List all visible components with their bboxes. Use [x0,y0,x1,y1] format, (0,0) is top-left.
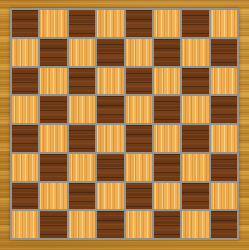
square-e3[interactable] [126,154,152,181]
square-a6[interactable] [12,68,38,95]
square-d5[interactable] [97,96,123,123]
square-b5[interactable] [40,96,66,123]
square-a2[interactable] [12,183,38,210]
square-h4[interactable] [211,125,237,152]
square-a7[interactable] [12,39,38,66]
square-f4[interactable] [154,125,180,152]
square-a3[interactable] [12,154,38,181]
square-f1[interactable] [154,211,180,238]
square-h6[interactable] [211,68,237,95]
square-g1[interactable] [182,211,208,238]
chessboard-screenshot [0,0,249,250]
square-e4[interactable] [126,125,152,152]
square-d4[interactable] [97,125,123,152]
square-d2[interactable] [97,183,123,210]
square-h5[interactable] [211,96,237,123]
square-d7[interactable] [97,39,123,66]
square-c2[interactable] [69,183,95,210]
square-g6[interactable] [182,68,208,95]
square-a8[interactable] [12,10,38,37]
square-d8[interactable] [97,10,123,37]
square-h1[interactable] [211,211,237,238]
square-e6[interactable] [126,68,152,95]
square-g5[interactable] [182,96,208,123]
square-g2[interactable] [182,183,208,210]
square-b8[interactable] [40,10,66,37]
square-d1[interactable] [97,211,123,238]
square-c7[interactable] [69,39,95,66]
square-b2[interactable] [40,183,66,210]
square-e1[interactable] [126,211,152,238]
square-f6[interactable] [154,68,180,95]
square-h7[interactable] [211,39,237,66]
square-f7[interactable] [154,39,180,66]
square-a1[interactable] [12,211,38,238]
square-g3[interactable] [182,154,208,181]
square-e7[interactable] [126,39,152,66]
square-b4[interactable] [40,125,66,152]
square-g8[interactable] [182,10,208,37]
square-e5[interactable] [126,96,152,123]
square-c1[interactable] [69,211,95,238]
square-b7[interactable] [40,39,66,66]
square-f3[interactable] [154,154,180,181]
square-c3[interactable] [69,154,95,181]
square-f8[interactable] [154,10,180,37]
square-c6[interactable] [69,68,95,95]
square-e2[interactable] [126,183,152,210]
square-b3[interactable] [40,154,66,181]
square-g7[interactable] [182,39,208,66]
square-g4[interactable] [182,125,208,152]
square-b1[interactable] [40,211,66,238]
square-a5[interactable] [12,96,38,123]
square-f5[interactable] [154,96,180,123]
square-d6[interactable] [97,68,123,95]
chess-board[interactable] [10,8,239,240]
square-c8[interactable] [69,10,95,37]
square-f2[interactable] [154,183,180,210]
square-c4[interactable] [69,125,95,152]
square-b6[interactable] [40,68,66,95]
square-a4[interactable] [12,125,38,152]
square-e8[interactable] [126,10,152,37]
square-d3[interactable] [97,154,123,181]
square-h3[interactable] [211,154,237,181]
square-h2[interactable] [211,183,237,210]
square-c5[interactable] [69,96,95,123]
square-h8[interactable] [211,10,237,37]
